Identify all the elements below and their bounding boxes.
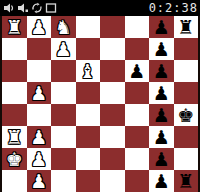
black-king[interactable]: ♚ xyxy=(174,104,199,126)
square[interactable] xyxy=(100,148,125,170)
square[interactable] xyxy=(174,60,199,82)
square[interactable]: ♟ xyxy=(149,126,174,148)
square[interactable] xyxy=(76,104,101,126)
square[interactable]: ♟ xyxy=(51,38,76,60)
black-pawn[interactable]: ♟ xyxy=(149,126,174,148)
square[interactable] xyxy=(174,38,199,60)
square[interactable] xyxy=(2,60,27,82)
square[interactable] xyxy=(51,126,76,148)
square[interactable] xyxy=(125,104,150,126)
volume-off-icon xyxy=(17,2,29,14)
white-pawn[interactable]: ♟ xyxy=(27,82,52,104)
restart-button[interactable] xyxy=(30,2,43,15)
square[interactable] xyxy=(125,16,150,38)
black-pawn[interactable]: ♟ xyxy=(149,38,174,60)
square[interactable]: ♟ xyxy=(149,170,174,192)
square[interactable] xyxy=(174,148,199,170)
white-pawn[interactable]: ♟ xyxy=(27,170,52,192)
volume-on-button[interactable] xyxy=(2,2,15,15)
black-rook[interactable]: ♜ xyxy=(174,170,199,192)
black-pawn[interactable]: ♟ xyxy=(125,60,150,82)
square[interactable] xyxy=(100,60,125,82)
square[interactable] xyxy=(2,104,27,126)
square[interactable] xyxy=(76,148,101,170)
square[interactable]: ♚ xyxy=(174,104,199,126)
square[interactable]: ♞ xyxy=(51,16,76,38)
square[interactable] xyxy=(2,170,27,192)
black-pawn[interactable]: ♟ xyxy=(149,104,174,126)
white-rook[interactable]: ♜ xyxy=(2,16,27,38)
black-pawn[interactable]: ♟ xyxy=(149,82,174,104)
square[interactable] xyxy=(76,16,101,38)
square[interactable]: ♝ xyxy=(76,60,101,82)
square[interactable] xyxy=(27,60,52,82)
square[interactable]: ♟ xyxy=(27,170,52,192)
board-button[interactable] xyxy=(44,2,57,15)
square[interactable]: ♟ xyxy=(125,60,150,82)
white-pawn[interactable]: ♟ xyxy=(27,126,52,148)
square[interactable]: ♟ xyxy=(149,38,174,60)
white-bishop[interactable]: ♝ xyxy=(76,60,101,82)
black-pawn[interactable]: ♟ xyxy=(149,60,174,82)
square[interactable] xyxy=(51,104,76,126)
white-knight[interactable]: ♞ xyxy=(51,16,76,38)
black-pawn[interactable]: ♟ xyxy=(149,148,174,170)
square[interactable]: ♟ xyxy=(27,126,52,148)
square[interactable]: ♟ xyxy=(149,104,174,126)
square[interactable] xyxy=(100,126,125,148)
square[interactable] xyxy=(100,170,125,192)
square[interactable] xyxy=(76,82,101,104)
square[interactable] xyxy=(51,82,76,104)
black-pawn[interactable]: ♟ xyxy=(149,170,174,192)
volume-off-button[interactable] xyxy=(16,2,29,15)
square[interactable]: ♟ xyxy=(27,16,52,38)
square[interactable]: ♜ xyxy=(2,16,27,38)
white-pawn[interactable]: ♟ xyxy=(27,16,52,38)
square[interactable]: ♟ xyxy=(149,148,174,170)
square[interactable] xyxy=(51,170,76,192)
square[interactable] xyxy=(76,126,101,148)
game-timer: 0:2:38 xyxy=(149,0,198,16)
square[interactable]: ♟ xyxy=(27,82,52,104)
board-icon xyxy=(45,2,57,14)
square[interactable] xyxy=(27,38,52,60)
chess-board: ♜♟♞♟♜♟♟♝♟♟♟♟♟♚♜♟♟♚♟♟♟♟♜ xyxy=(2,16,198,192)
square[interactable] xyxy=(51,60,76,82)
square[interactable]: ♜ xyxy=(2,126,27,148)
white-rook[interactable]: ♜ xyxy=(2,126,27,148)
volume-on-icon xyxy=(3,2,15,14)
square[interactable] xyxy=(100,38,125,60)
square[interactable]: ♟ xyxy=(149,60,174,82)
square[interactable] xyxy=(100,82,125,104)
white-king[interactable]: ♚ xyxy=(2,148,27,170)
square[interactable]: ♚ xyxy=(2,148,27,170)
square[interactable] xyxy=(51,148,76,170)
square[interactable] xyxy=(27,104,52,126)
square[interactable] xyxy=(125,38,150,60)
square[interactable] xyxy=(76,170,101,192)
black-pawn[interactable]: ♟ xyxy=(149,16,174,38)
square[interactable]: ♟ xyxy=(149,82,174,104)
square[interactable] xyxy=(174,126,199,148)
square[interactable] xyxy=(100,16,125,38)
square[interactable] xyxy=(125,82,150,104)
white-pawn[interactable]: ♟ xyxy=(51,38,76,60)
square[interactable]: ♟ xyxy=(149,16,174,38)
square[interactable] xyxy=(76,38,101,60)
square[interactable]: ♜ xyxy=(174,170,199,192)
square[interactable]: ♟ xyxy=(27,148,52,170)
square[interactable] xyxy=(2,82,27,104)
square[interactable]: ♜ xyxy=(174,16,199,38)
black-rook[interactable]: ♜ xyxy=(174,16,199,38)
square[interactable] xyxy=(100,104,125,126)
white-pawn[interactable]: ♟ xyxy=(27,148,52,170)
toolbar: 0:2:38 xyxy=(0,0,200,16)
restart-icon xyxy=(31,2,43,14)
square[interactable] xyxy=(125,126,150,148)
square[interactable] xyxy=(125,148,150,170)
square[interactable] xyxy=(125,170,150,192)
square[interactable] xyxy=(2,38,27,60)
square[interactable] xyxy=(174,82,199,104)
